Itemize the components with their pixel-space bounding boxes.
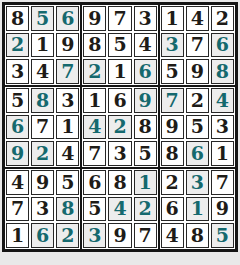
cell-r5c7[interactable]: 9 — [161, 115, 184, 140]
cell-r5c8[interactable]: 5 — [186, 115, 209, 140]
cell-r4c3[interactable]: 3 — [56, 88, 79, 113]
cell-r1c6[interactable]: 3 — [134, 6, 157, 31]
cell-r8c9[interactable]: 9 — [211, 197, 234, 222]
cell-r7c4[interactable]: 6 — [83, 170, 106, 195]
cell-r5c2[interactable]: 7 — [31, 115, 54, 140]
box-3: 142376598 — [160, 5, 235, 85]
cell-r6c5[interactable]: 3 — [108, 141, 131, 166]
cell-r6c7[interactable]: 8 — [161, 141, 184, 166]
cell-r8c1[interactable]: 7 — [6, 197, 29, 222]
cell-r7c7[interactable]: 2 — [161, 170, 184, 195]
cell-r5c5[interactable]: 2 — [108, 115, 131, 140]
cell-r5c9[interactable]: 3 — [211, 115, 234, 140]
box-8: 681542397 — [82, 169, 157, 249]
cell-r1c4[interactable]: 9 — [83, 6, 106, 31]
cell-r1c5[interactable]: 7 — [108, 6, 131, 31]
box-6: 724953861 — [160, 87, 235, 167]
cell-r9c8[interactable]: 8 — [186, 223, 209, 248]
cell-r2c2[interactable]: 1 — [31, 33, 54, 58]
box-5: 169428735 — [82, 87, 157, 167]
cell-r1c2[interactable]: 5 — [31, 6, 54, 31]
cell-r1c1[interactable]: 8 — [6, 6, 29, 31]
cell-r8c3[interactable]: 8 — [56, 197, 79, 222]
cell-r5c1[interactable]: 6 — [6, 115, 29, 140]
cell-r1c8[interactable]: 4 — [186, 6, 209, 31]
cell-r8c4[interactable]: 5 — [83, 197, 106, 222]
cell-r3c5[interactable]: 1 — [108, 59, 131, 84]
cell-r7c5[interactable]: 8 — [108, 170, 131, 195]
cell-r2c7[interactable]: 3 — [161, 33, 184, 58]
cell-r9c2[interactable]: 6 — [31, 223, 54, 248]
cell-r2c1[interactable]: 2 — [6, 33, 29, 58]
cell-r8c6[interactable]: 2 — [134, 197, 157, 222]
cell-r6c1[interactable]: 9 — [6, 141, 29, 166]
cell-r9c7[interactable]: 4 — [161, 223, 184, 248]
cell-r3c9[interactable]: 8 — [211, 59, 234, 84]
cell-r3c1[interactable]: 3 — [6, 59, 29, 84]
cell-r8c7[interactable]: 6 — [161, 197, 184, 222]
cell-r5c4[interactable]: 4 — [83, 115, 106, 140]
cell-r2c9[interactable]: 6 — [211, 33, 234, 58]
cell-r7c9[interactable]: 7 — [211, 170, 234, 195]
cell-r7c8[interactable]: 3 — [186, 170, 209, 195]
cell-r5c6[interactable]: 8 — [134, 115, 157, 140]
box-1: 856219347 — [5, 5, 80, 85]
cell-r3c4[interactable]: 2 — [83, 59, 106, 84]
cell-r9c6[interactable]: 7 — [134, 223, 157, 248]
cell-r7c2[interactable]: 9 — [31, 170, 54, 195]
box-4: 583671924 — [5, 87, 80, 167]
cell-r1c7[interactable]: 1 — [161, 6, 184, 31]
cell-r9c4[interactable]: 3 — [83, 223, 106, 248]
box-9: 237619485 — [160, 169, 235, 249]
cell-r4c7[interactable]: 7 — [161, 88, 184, 113]
cell-r4c4[interactable]: 1 — [83, 88, 106, 113]
cell-r7c1[interactable]: 4 — [6, 170, 29, 195]
cell-r4c6[interactable]: 9 — [134, 88, 157, 113]
cell-r2c3[interactable]: 9 — [56, 33, 79, 58]
box-2: 973854216 — [82, 5, 157, 85]
cell-r6c6[interactable]: 5 — [134, 141, 157, 166]
cell-r4c8[interactable]: 2 — [186, 88, 209, 113]
cell-r4c5[interactable]: 6 — [108, 88, 131, 113]
cell-r6c9[interactable]: 1 — [211, 141, 234, 166]
cell-r4c1[interactable]: 5 — [6, 88, 29, 113]
cell-r2c8[interactable]: 7 — [186, 33, 209, 58]
cell-r6c4[interactable]: 7 — [83, 141, 106, 166]
cell-r9c3[interactable]: 2 — [56, 223, 79, 248]
cell-r2c4[interactable]: 8 — [83, 33, 106, 58]
cell-r3c3[interactable]: 7 — [56, 59, 79, 84]
cell-r8c2[interactable]: 3 — [31, 197, 54, 222]
cell-r1c9[interactable]: 2 — [211, 6, 234, 31]
cell-r7c6[interactable]: 1 — [134, 170, 157, 195]
cell-r8c5[interactable]: 4 — [108, 197, 131, 222]
cell-r9c1[interactable]: 1 — [6, 223, 29, 248]
cell-r2c6[interactable]: 4 — [134, 33, 157, 58]
cell-r4c9[interactable]: 4 — [211, 88, 234, 113]
cell-r6c3[interactable]: 4 — [56, 141, 79, 166]
cell-r9c5[interactable]: 9 — [108, 223, 131, 248]
cell-r3c8[interactable]: 9 — [186, 59, 209, 84]
cell-r5c3[interactable]: 1 — [56, 115, 79, 140]
cell-r1c3[interactable]: 6 — [56, 6, 79, 31]
cell-r7c3[interactable]: 5 — [56, 170, 79, 195]
cell-r6c8[interactable]: 6 — [186, 141, 209, 166]
cell-r9c9[interactable]: 5 — [211, 223, 234, 248]
cell-r3c7[interactable]: 5 — [161, 59, 184, 84]
cell-r4c2[interactable]: 8 — [31, 88, 54, 113]
cell-r6c2[interactable]: 2 — [31, 141, 54, 166]
sudoku-board: 8562193479738542161423765985836719241694… — [2, 2, 238, 252]
cell-r2c5[interactable]: 5 — [108, 33, 131, 58]
cell-r3c2[interactable]: 4 — [31, 59, 54, 84]
cell-r8c8[interactable]: 1 — [186, 197, 209, 222]
cell-r3c6[interactable]: 6 — [134, 59, 157, 84]
box-7: 495738162 — [5, 169, 80, 249]
